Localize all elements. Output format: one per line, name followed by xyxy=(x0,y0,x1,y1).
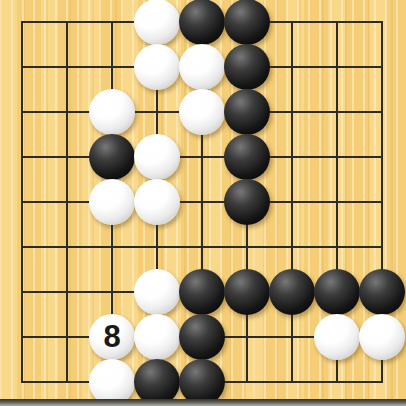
black-stone xyxy=(179,0,225,45)
black-stone xyxy=(224,0,270,45)
intersection-8-8[interactable] xyxy=(360,360,405,405)
white-stone xyxy=(359,314,405,360)
intersection-8-3[interactable] xyxy=(360,135,405,180)
intersection-1-4[interactable] xyxy=(45,180,90,225)
intersection-6-2[interactable] xyxy=(270,90,315,135)
intersection-1-5[interactable] xyxy=(45,225,90,270)
intersection-5-1[interactable] xyxy=(225,45,270,90)
intersection-4-1[interactable] xyxy=(180,45,225,90)
black-stone xyxy=(224,134,270,180)
intersection-8-4[interactable] xyxy=(360,180,405,225)
black-stone xyxy=(89,134,135,180)
intersection-8-6[interactable] xyxy=(360,270,405,315)
intersection-1-6[interactable] xyxy=(45,270,90,315)
intersection-8-1[interactable] xyxy=(360,45,405,90)
intersection-7-3[interactable] xyxy=(315,135,360,180)
intersection-3-4[interactable] xyxy=(135,180,180,225)
intersection-2-8[interactable] xyxy=(90,360,135,405)
intersection-6-6[interactable] xyxy=(270,270,315,315)
intersection-4-7[interactable] xyxy=(180,315,225,360)
intersection-3-1[interactable] xyxy=(135,45,180,90)
intersection-6-1[interactable] xyxy=(270,45,315,90)
white-stone xyxy=(89,179,135,225)
intersection-0-4[interactable] xyxy=(0,180,45,225)
intersection-3-3[interactable] xyxy=(135,135,180,180)
intersection-2-6[interactable] xyxy=(90,270,135,315)
board-intersections: 8 xyxy=(0,0,405,405)
intersection-7-7[interactable] xyxy=(315,315,360,360)
black-stone xyxy=(224,269,270,315)
intersection-8-7[interactable] xyxy=(360,315,405,360)
black-stone xyxy=(224,44,270,90)
intersection-1-3[interactable] xyxy=(45,135,90,180)
intersection-6-8[interactable] xyxy=(270,360,315,405)
intersection-0-7[interactable] xyxy=(0,315,45,360)
intersection-1-7[interactable] xyxy=(45,315,90,360)
intersection-4-8[interactable] xyxy=(180,360,225,405)
intersection-5-3[interactable] xyxy=(225,135,270,180)
intersection-7-2[interactable] xyxy=(315,90,360,135)
black-stone xyxy=(224,89,270,135)
intersection-5-5[interactable] xyxy=(225,225,270,270)
intersection-1-1[interactable] xyxy=(45,45,90,90)
intersection-4-3[interactable] xyxy=(180,135,225,180)
black-stone xyxy=(179,269,225,315)
intersection-7-6[interactable] xyxy=(315,270,360,315)
intersection-1-2[interactable] xyxy=(45,90,90,135)
intersection-5-8[interactable] xyxy=(225,360,270,405)
board-bottom-edge xyxy=(0,399,406,406)
move-number-label: 8 xyxy=(103,321,120,352)
intersection-7-0[interactable] xyxy=(315,0,360,45)
white-stone: 8 xyxy=(89,314,135,360)
intersection-4-4[interactable] xyxy=(180,180,225,225)
intersection-6-7[interactable] xyxy=(270,315,315,360)
intersection-0-0[interactable] xyxy=(0,0,45,45)
black-stone xyxy=(269,269,315,315)
intersection-8-0[interactable] xyxy=(360,0,405,45)
white-stone xyxy=(314,314,360,360)
intersection-7-5[interactable] xyxy=(315,225,360,270)
intersection-2-3[interactable] xyxy=(90,135,135,180)
white-stone xyxy=(179,89,225,135)
white-stone xyxy=(134,134,180,180)
black-stone xyxy=(359,269,405,315)
intersection-4-2[interactable] xyxy=(180,90,225,135)
intersection-2-0[interactable] xyxy=(90,0,135,45)
intersection-0-2[interactable] xyxy=(0,90,45,135)
intersection-4-0[interactable] xyxy=(180,0,225,45)
intersection-8-2[interactable] xyxy=(360,90,405,135)
intersection-7-4[interactable] xyxy=(315,180,360,225)
white-stone xyxy=(134,314,180,360)
intersection-5-6[interactable] xyxy=(225,270,270,315)
intersection-5-0[interactable] xyxy=(225,0,270,45)
intersection-2-5[interactable] xyxy=(90,225,135,270)
intersection-0-6[interactable] xyxy=(0,270,45,315)
intersection-6-3[interactable] xyxy=(270,135,315,180)
intersection-6-4[interactable] xyxy=(270,180,315,225)
intersection-4-6[interactable] xyxy=(180,270,225,315)
intersection-0-1[interactable] xyxy=(0,45,45,90)
intersection-1-8[interactable] xyxy=(45,360,90,405)
intersection-0-3[interactable] xyxy=(0,135,45,180)
intersection-2-2[interactable] xyxy=(90,90,135,135)
black-stone xyxy=(179,314,225,360)
intersection-1-0[interactable] xyxy=(45,0,90,45)
intersection-3-2[interactable] xyxy=(135,90,180,135)
intersection-2-4[interactable] xyxy=(90,180,135,225)
intersection-8-5[interactable] xyxy=(360,225,405,270)
black-stone xyxy=(314,269,360,315)
white-stone xyxy=(179,44,225,90)
intersection-5-2[interactable] xyxy=(225,90,270,135)
white-stone xyxy=(134,0,180,45)
intersection-3-6[interactable] xyxy=(135,270,180,315)
intersection-3-0[interactable] xyxy=(135,0,180,45)
intersection-3-7[interactable] xyxy=(135,315,180,360)
intersection-7-1[interactable] xyxy=(315,45,360,90)
intersection-5-7[interactable] xyxy=(225,315,270,360)
white-stone xyxy=(134,44,180,90)
intersection-6-0[interactable] xyxy=(270,0,315,45)
intersection-3-5[interactable] xyxy=(135,225,180,270)
intersection-3-8[interactable] xyxy=(135,360,180,405)
intersection-7-8[interactable] xyxy=(315,360,360,405)
intersection-0-8[interactable] xyxy=(0,360,45,405)
goban: 8 xyxy=(0,0,406,406)
white-stone xyxy=(134,179,180,225)
black-stone xyxy=(224,179,270,225)
intersection-0-5[interactable] xyxy=(0,225,45,270)
intersection-5-4[interactable] xyxy=(225,180,270,225)
intersection-6-5[interactable] xyxy=(270,225,315,270)
white-stone xyxy=(89,89,135,135)
intersection-2-7[interactable]: 8 xyxy=(90,315,135,360)
white-stone xyxy=(134,269,180,315)
intersection-2-1[interactable] xyxy=(90,45,135,90)
intersection-4-5[interactable] xyxy=(180,225,225,270)
